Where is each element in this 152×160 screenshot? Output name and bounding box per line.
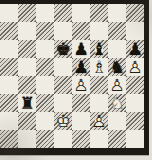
square-d7 [54,22,72,40]
piece-white-bishop: ♗ [90,58,108,76]
square-g1 [108,130,126,148]
square-d5 [54,58,72,76]
square-b2 [18,112,36,130]
square-a1 [0,130,18,148]
square-f5: ♗ [90,58,108,76]
square-e4: ♙ [72,76,90,94]
square-e2 [72,112,90,130]
square-f7 [90,22,108,40]
piece-black-pawn: ♟ [72,58,90,76]
square-e5: ♟ [72,58,90,76]
square-b6 [18,40,36,58]
piece-white-knight: ♘ [108,94,126,112]
square-c2 [36,112,54,130]
square-b3: ♜ [18,94,36,112]
square-c1 [36,130,54,148]
square-d4 [54,76,72,94]
piece-white-pawn: ♙ [108,76,126,94]
square-g4: ♙ [108,76,126,94]
piece-white-pawn: ♙ [72,76,90,94]
square-h4 [126,76,144,94]
square-b5 [18,58,36,76]
piece-black-knight: ♞ [108,58,126,76]
square-h1 [126,130,144,148]
piece-white-pawn: ♙ [90,112,108,130]
square-a4 [0,76,18,94]
square-h3 [126,94,144,112]
piece-black-pawn: ♟ [72,40,90,58]
square-h7 [126,22,144,40]
square-g5: ♞ [108,58,126,76]
square-f3 [90,94,108,112]
square-g7 [108,22,126,40]
square-g6 [108,40,126,58]
square-e8 [72,4,90,22]
square-a6 [0,40,18,58]
square-h5: ♙ [126,58,144,76]
scanned-chess-diagram: ♚♟♝♟♟♗♞♙♙♙♜♘♔♙ [0,0,152,160]
square-f1 [90,130,108,148]
square-a3 [0,94,18,112]
square-e6: ♟ [72,40,90,58]
square-a7 [0,22,18,40]
square-e1 [72,130,90,148]
square-d8 [54,4,72,22]
square-c6 [36,40,54,58]
square-c4 [36,76,54,94]
square-a2 [0,112,18,130]
piece-white-pawn: ♙ [126,58,144,76]
square-b7 [18,22,36,40]
piece-white-king: ♔ [54,112,72,130]
square-g3: ♘ [108,94,126,112]
piece-black-pawn: ♟ [126,40,144,58]
chess-board: ♚♟♝♟♟♗♞♙♙♙♜♘♔♙ [0,4,144,148]
piece-black-rook: ♜ [18,94,36,112]
square-c8 [36,4,54,22]
piece-black-bishop: ♝ [90,40,108,58]
square-d6: ♚ [54,40,72,58]
square-g8 [108,4,126,22]
square-a8 [0,4,18,22]
square-e3 [72,94,90,112]
square-c3 [36,94,54,112]
board-border: ♚♟♝♟♟♗♞♙♙♙♜♘♔♙ [0,0,149,155]
square-d1 [54,130,72,148]
square-a5 [0,58,18,76]
square-g2 [108,112,126,130]
square-h8 [126,4,144,22]
square-c7 [36,22,54,40]
square-f4 [90,76,108,94]
square-b1 [18,130,36,148]
square-f8 [90,4,108,22]
square-h6: ♟ [126,40,144,58]
square-b4 [18,76,36,94]
square-f2: ♙ [90,112,108,130]
piece-black-king: ♚ [54,40,72,58]
square-h2 [126,112,144,130]
square-c5 [36,58,54,76]
square-d3 [54,94,72,112]
square-e7 [72,22,90,40]
square-b8 [18,4,36,22]
square-f6: ♝ [90,40,108,58]
square-d2: ♔ [54,112,72,130]
